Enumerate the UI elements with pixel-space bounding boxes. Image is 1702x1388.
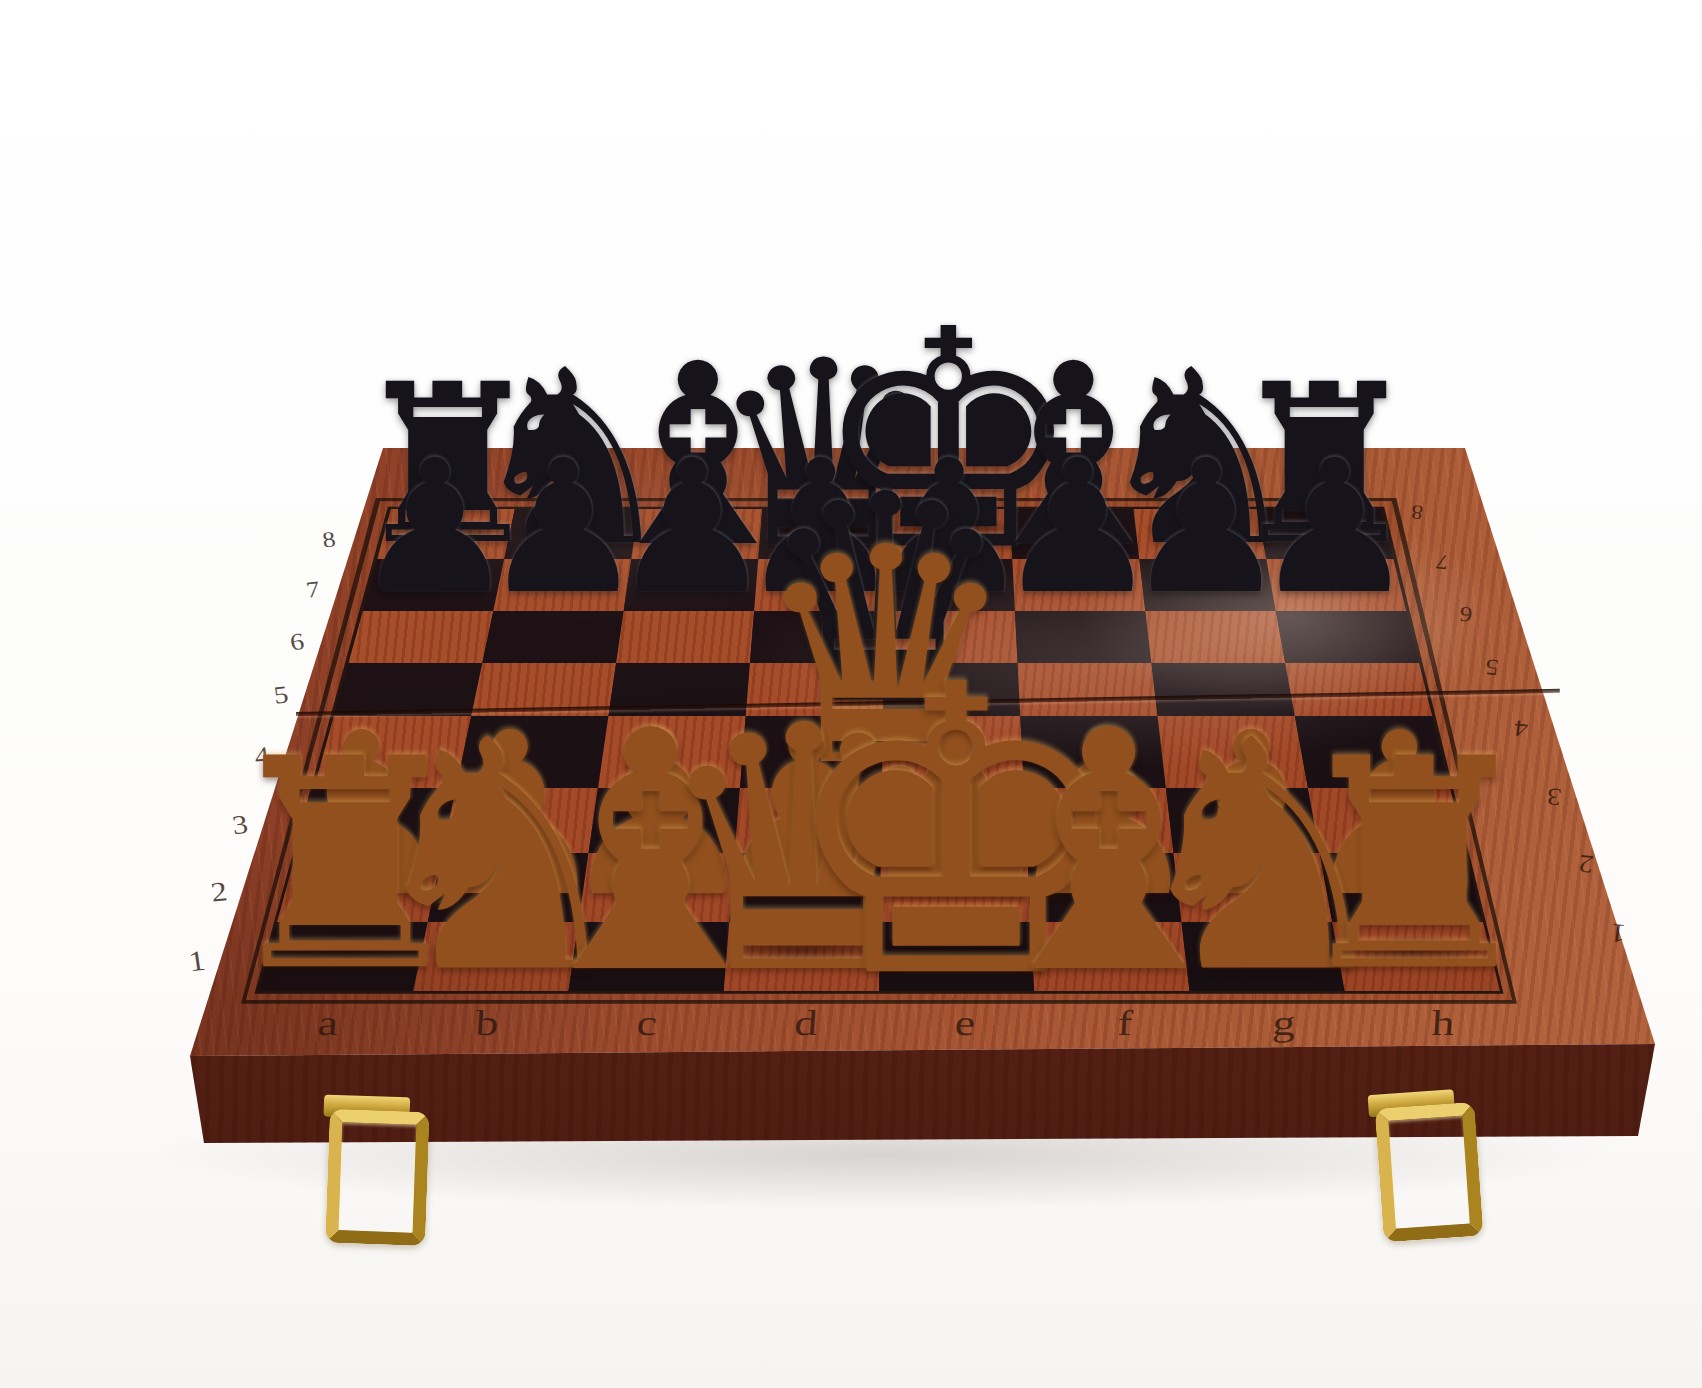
- piece-shadow: [428, 934, 567, 968]
- piece-shadow: [609, 870, 707, 894]
- piece-shadow: [1166, 571, 1246, 590]
- piece-shadow: [729, 933, 877, 969]
- piece-black-rook-a8[interactable]: ♜: [349, 356, 546, 576]
- piece-shadow: [906, 870, 1004, 894]
- piece-shadow: [780, 571, 860, 590]
- chess-set-photo: abcdefgh1234567812345678 ♜♞♝♛♚♝♞♜♟♟♟♟♟♟♟…: [0, 0, 1702, 1388]
- latch-left: [316, 1094, 416, 1227]
- latch-right: [1364, 1089, 1469, 1225]
- hinge-seam: [296, 689, 1560, 716]
- piece-black-bishop-f8[interactable]: ♝: [961, 331, 1186, 582]
- file-label-a: a: [316, 1002, 339, 1043]
- rank-label-left-7: 7: [305, 577, 322, 605]
- file-label-f: f: [1115, 1002, 1133, 1043]
- piece-shadow: [1036, 934, 1181, 969]
- latch-right-ring: [1375, 1102, 1484, 1243]
- piece-white-pawn-e2[interactable]: ♟: [854, 704, 1055, 929]
- piece-black-queen-d8[interactable]: ♛: [708, 326, 938, 583]
- piece-black-knight-g8[interactable]: ♞: [1091, 339, 1307, 580]
- piece-shadow: [1146, 517, 1251, 542]
- piece-shadow: [282, 936, 409, 967]
- file-label-b: b: [474, 1002, 500, 1043]
- piece-white-rook-a1[interactable]: ♜: [215, 721, 475, 1011]
- rank-label-left-6: 6: [288, 628, 306, 656]
- piece-white-bishop-c1[interactable]: ♝: [502, 688, 799, 1019]
- rank-label-right-3: 3: [1545, 783, 1563, 812]
- piece-white-pawn-d2[interactable]: ♟: [706, 704, 907, 929]
- piece-shadow: [820, 731, 950, 763]
- piece-white-queen-e4[interactable]: ♛: [751, 509, 1019, 808]
- file-label-d: d: [793, 1002, 819, 1043]
- piece-white-pawn-b2[interactable]: ♟: [409, 704, 610, 929]
- piece-shadow: [757, 870, 855, 894]
- piece-white-queen-d1[interactable]: ♛: [651, 682, 955, 1021]
- piece-white-knight-b1[interactable]: ♞: [355, 699, 640, 1017]
- piece-black-pawn-h7[interactable]: ♟: [1252, 435, 1417, 619]
- file-label-c: c: [635, 1002, 658, 1043]
- piece-shadow: [1351, 936, 1478, 967]
- piece-shadow: [652, 571, 732, 590]
- piece-shadow: [520, 517, 625, 542]
- piece-white-pawn-a2[interactable]: ♟: [261, 704, 462, 929]
- piece-black-rook-h8[interactable]: ♜: [1225, 356, 1422, 576]
- piece-white-rook-h1[interactable]: ♜: [1284, 721, 1544, 1011]
- piece-shadow: [1192, 934, 1331, 968]
- piece-black-pawn-a7[interactable]: ♟: [353, 435, 518, 619]
- rank-label-right-1: 1: [1609, 917, 1628, 949]
- rank-label-right-4: 4: [1512, 715, 1529, 742]
- rank-label-left-8: 8: [321, 526, 338, 553]
- piece-black-pawn-b7[interactable]: ♟: [481, 435, 646, 619]
- piece-black-queen-e5[interactable]: ♛: [756, 457, 1013, 744]
- piece-shadow: [1054, 870, 1152, 894]
- piece-black-king-e8[interactable]: ♚: [813, 290, 1084, 592]
- piece-shadow: [461, 870, 559, 894]
- piece-shadow: [1019, 516, 1129, 542]
- piece-black-pawn-c7[interactable]: ♟: [610, 435, 775, 619]
- piece-shadow: [1276, 518, 1372, 541]
- piece-black-bishop-c8[interactable]: ♝: [585, 331, 810, 582]
- piece-white-bishop-f1[interactable]: ♝: [960, 688, 1257, 1019]
- latch-left-ring: [325, 1109, 430, 1246]
- rank-label-left-5: 5: [272, 680, 290, 709]
- piece-shadow: [869, 930, 1043, 972]
- piece-shadow: [643, 516, 753, 542]
- piece-shadow: [1038, 571, 1118, 590]
- rank-label-left-2: 2: [209, 876, 230, 909]
- piece-shadow: [523, 571, 603, 590]
- piece-black-pawn-g7[interactable]: ♟: [1124, 435, 1289, 619]
- piece-white-pawn-g2[interactable]: ♟: [1151, 704, 1352, 929]
- rank-label-left-4: 4: [252, 741, 271, 771]
- piece-shadow: [578, 934, 723, 969]
- piece-white-pawn-f2[interactable]: ♟: [1002, 704, 1203, 929]
- piece-shadow: [909, 571, 989, 590]
- rank-label-right-2: 2: [1576, 849, 1594, 879]
- rank-label-right-8: 8: [1410, 500, 1425, 524]
- rank-label-right-6: 6: [1459, 601, 1475, 627]
- piece-shadow: [767, 516, 879, 543]
- piece-shadow: [1350, 870, 1448, 894]
- piece-shadow: [822, 670, 947, 700]
- piece-white-knight-g1[interactable]: ♞: [1119, 699, 1404, 1017]
- piece-black-knight-b8[interactable]: ♞: [465, 339, 681, 580]
- piece-white-pawn-h2[interactable]: ♟: [1299, 704, 1500, 929]
- piece-shadow: [1295, 571, 1375, 590]
- rank-label-right-7: 7: [1434, 550, 1449, 575]
- rank-label-left-1: 1: [187, 944, 208, 978]
- piece-shadow: [882, 514, 1014, 546]
- piece-black-pawn-e7[interactable]: ♟: [867, 435, 1032, 619]
- file-label-e: e: [954, 1002, 977, 1043]
- rank-label-right-5: 5: [1483, 653, 1499, 680]
- piece-shadow: [313, 870, 411, 894]
- file-label-h: h: [1430, 1002, 1456, 1043]
- piece-white-pawn-c2[interactable]: ♟: [557, 704, 758, 929]
- rank-label-left-3: 3: [230, 809, 250, 841]
- piece-black-pawn-d7[interactable]: ♟: [738, 435, 903, 619]
- piece-black-pawn-f7[interactable]: ♟: [995, 435, 1160, 619]
- piece-shadow: [395, 571, 475, 590]
- piece-shadow: [1202, 870, 1300, 894]
- file-label-g: g: [1271, 1002, 1297, 1043]
- piece-white-king-e1[interactable]: ♚: [777, 634, 1134, 1033]
- piece-shadow: [399, 518, 495, 541]
